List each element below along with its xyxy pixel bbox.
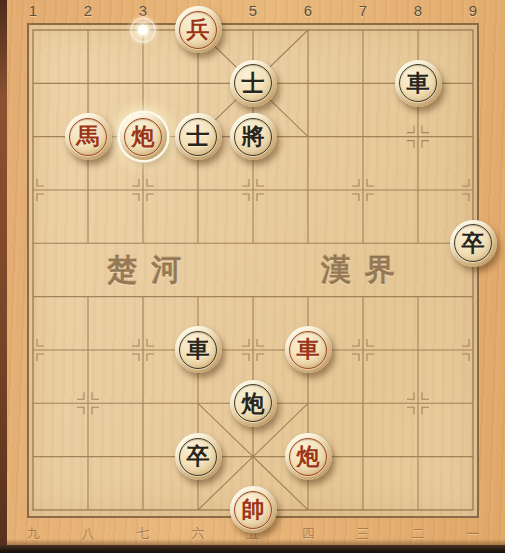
board-point[interactable] [116, 430, 171, 483]
piece-red-horse[interactable]: 馬 [65, 113, 112, 160]
piece-glyph: 炮 [132, 124, 155, 147]
board-point[interactable] [116, 483, 171, 536]
board-point[interactable] [281, 57, 336, 110]
board-point[interactable] [391, 430, 446, 483]
board-point[interactable] [171, 163, 226, 216]
board-point[interactable] [6, 430, 61, 483]
board-point[interactable] [226, 217, 281, 270]
board-point[interactable]: 車 [281, 323, 336, 376]
board-point[interactable] [336, 430, 391, 483]
xiangqi-board-screen: 楚河 漢界 兵士車馬炮士將卒車車炮卒炮帥 123456789 九八七六五四三二一 [0, 0, 505, 553]
board-point[interactable]: 將 [226, 110, 281, 163]
board-point[interactable]: 馬 [61, 110, 116, 163]
piece-glyph: 帥 [242, 497, 265, 520]
piece-black-soldier[interactable]: 卒 [175, 433, 222, 480]
last-move-origin-dot [137, 24, 149, 36]
board-point[interactable] [226, 3, 281, 56]
board-point[interactable]: 兵 [171, 3, 226, 56]
board-point[interactable]: 炮 [226, 377, 281, 430]
board-point[interactable] [391, 163, 446, 216]
piece-red-soldier[interactable]: 兵 [175, 6, 222, 53]
piece-black-advisor[interactable]: 士 [230, 60, 277, 107]
piece-black-cannon[interactable]: 炮 [230, 380, 277, 427]
wood-frame-bottom-edge [0, 545, 505, 553]
board-point[interactable] [61, 377, 116, 430]
board-point[interactable] [226, 323, 281, 376]
board-point[interactable] [61, 323, 116, 376]
board-point[interactable] [116, 270, 171, 323]
piece-glyph: 卒 [462, 231, 485, 254]
board-point[interactable] [6, 217, 61, 270]
piece-black-chariot[interactable]: 車 [175, 326, 222, 373]
piece-glyph: 炮 [297, 444, 320, 467]
board-point[interactable] [226, 163, 281, 216]
piece-red-general[interactable]: 帥 [230, 486, 277, 533]
board-point[interactable] [116, 3, 171, 56]
piece-black-advisor[interactable]: 士 [175, 113, 222, 160]
board-point[interactable] [61, 270, 116, 323]
board-point[interactable] [61, 57, 116, 110]
piece-glyph: 車 [407, 71, 430, 94]
piece-glyph: 炮 [242, 391, 265, 414]
board-point[interactable] [171, 217, 226, 270]
board-point[interactable] [171, 270, 226, 323]
board-point[interactable] [336, 483, 391, 536]
board-point[interactable] [171, 483, 226, 536]
board-point[interactable] [391, 483, 446, 536]
board-point[interactable] [446, 430, 501, 483]
piece-black-general[interactable]: 將 [230, 113, 277, 160]
board-grid: 兵士車馬炮士將卒車車炮卒炮帥 [6, 3, 501, 536]
board-point[interactable] [61, 430, 116, 483]
board-point[interactable] [336, 3, 391, 56]
board-point[interactable] [391, 323, 446, 376]
board-point[interactable] [281, 483, 336, 536]
board-point[interactable] [6, 270, 61, 323]
board-point[interactable] [446, 3, 501, 56]
wood-frame-left-edge [0, 0, 7, 553]
board-point[interactable] [391, 217, 446, 270]
board-point[interactable] [61, 3, 116, 56]
board-point[interactable] [446, 57, 501, 110]
piece-glyph: 士 [187, 124, 210, 147]
board-point[interactable]: 炮 [281, 430, 336, 483]
board-point[interactable] [336, 217, 391, 270]
board-point[interactable] [6, 323, 61, 376]
board-point[interactable] [116, 163, 171, 216]
board-point[interactable] [61, 217, 116, 270]
board-point[interactable]: 士 [171, 110, 226, 163]
board-point[interactable] [6, 110, 61, 163]
board-point[interactable] [446, 377, 501, 430]
board-point[interactable] [6, 3, 61, 56]
board-point[interactable] [446, 483, 501, 536]
piece-glyph: 士 [242, 71, 265, 94]
board-point[interactable] [61, 163, 116, 216]
board-point[interactable] [446, 163, 501, 216]
board-point[interactable] [446, 110, 501, 163]
board-point[interactable] [6, 57, 61, 110]
board-point[interactable] [171, 377, 226, 430]
board-point[interactable] [226, 270, 281, 323]
board-point[interactable] [281, 217, 336, 270]
board-point[interactable] [116, 57, 171, 110]
piece-glyph: 將 [242, 124, 265, 147]
piece-glyph: 兵 [187, 17, 210, 40]
board-point[interactable] [226, 430, 281, 483]
board-point[interactable] [391, 3, 446, 56]
board-point[interactable] [171, 57, 226, 110]
board-point[interactable] [281, 110, 336, 163]
piece-red-cannon[interactable]: 炮 [120, 113, 167, 160]
board-point[interactable]: 卒 [446, 217, 501, 270]
piece-glyph: 車 [297, 337, 320, 360]
board-point[interactable] [336, 377, 391, 430]
board-point[interactable] [281, 270, 336, 323]
board-point[interactable] [116, 377, 171, 430]
board-point[interactable] [6, 377, 61, 430]
board-point[interactable]: 士 [226, 57, 281, 110]
board-point[interactable] [446, 270, 501, 323]
piece-black-soldier[interactable]: 卒 [450, 220, 497, 267]
board-point[interactable] [336, 163, 391, 216]
board-point[interactable] [391, 270, 446, 323]
board-point[interactable]: 帥 [226, 483, 281, 536]
board-point[interactable] [446, 323, 501, 376]
board-point[interactable] [391, 110, 446, 163]
board-point[interactable] [281, 3, 336, 56]
piece-glyph: 馬 [77, 124, 100, 147]
board-point[interactable]: 卒 [171, 430, 226, 483]
piece-red-chariot[interactable]: 車 [285, 326, 332, 373]
board-point[interactable] [336, 323, 391, 376]
board-point[interactable] [336, 270, 391, 323]
board-point[interactable]: 車 [171, 323, 226, 376]
piece-glyph: 卒 [187, 444, 210, 467]
board-point[interactable] [391, 377, 446, 430]
board-point[interactable] [336, 110, 391, 163]
board-point[interactable] [336, 57, 391, 110]
board-point[interactable] [116, 323, 171, 376]
piece-glyph: 車 [187, 337, 210, 360]
board-point[interactable] [6, 483, 61, 536]
board-point[interactable] [281, 377, 336, 430]
piece-black-chariot[interactable]: 車 [395, 60, 442, 107]
board-point[interactable] [61, 483, 116, 536]
piece-red-cannon[interactable]: 炮 [285, 433, 332, 480]
board-point[interactable] [6, 163, 61, 216]
board-point[interactable] [116, 217, 171, 270]
board-point[interactable] [281, 163, 336, 216]
board-point[interactable]: 炮 [116, 110, 171, 163]
board-point[interactable]: 車 [391, 57, 446, 110]
